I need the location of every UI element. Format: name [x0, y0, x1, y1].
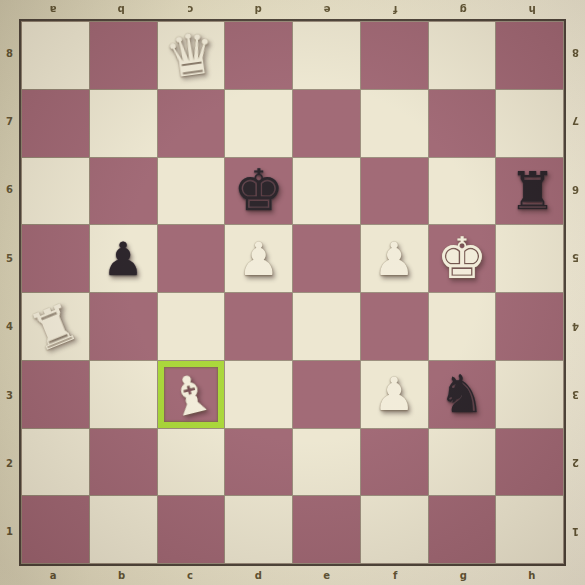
rank-label-7: 7	[566, 87, 585, 155]
square-b4[interactable]	[90, 293, 157, 360]
file-label-h: h	[498, 566, 566, 585]
square-h8[interactable]	[496, 22, 563, 89]
square-a2[interactable]	[22, 429, 89, 496]
square-a3[interactable]	[22, 361, 89, 428]
rank-label-3: 3	[566, 361, 585, 429]
square-c6[interactable]	[158, 158, 225, 225]
chess-board: ♛♚♜♟♟♟♚♜♝♟♞	[19, 19, 566, 566]
white-pawn-piece[interactable]: ♟	[374, 236, 415, 282]
square-c7[interactable]	[158, 90, 225, 157]
square-f1[interactable]	[361, 496, 428, 563]
rank-label-6: 6	[0, 156, 19, 224]
file-label-b: b	[87, 566, 155, 585]
white-bishop-piece[interactable]: ♝	[161, 364, 219, 426]
rank-label-2: 2	[566, 429, 585, 497]
square-a6[interactable]	[22, 158, 89, 225]
square-f8[interactable]	[361, 22, 428, 89]
rank-label-6: 6	[566, 156, 585, 224]
square-f7[interactable]	[361, 90, 428, 157]
white-king-piece[interactable]: ♚	[436, 230, 487, 287]
file-label-h: h	[498, 0, 566, 19]
square-h6[interactable]: ♜	[496, 158, 563, 225]
square-g2[interactable]	[429, 429, 496, 496]
file-label-b: b	[87, 0, 155, 19]
rank-label-3: 3	[0, 361, 19, 429]
file-label-e: e	[293, 0, 361, 19]
square-b8[interactable]	[90, 22, 157, 89]
rank-label-5: 5	[566, 224, 585, 292]
square-e7[interactable]	[293, 90, 360, 157]
square-f5[interactable]: ♟	[361, 225, 428, 292]
square-f4[interactable]	[361, 293, 428, 360]
file-label-c: c	[156, 566, 224, 585]
black-rook-piece[interactable]: ♜	[509, 165, 556, 217]
black-king-piece[interactable]: ♚	[233, 162, 284, 219]
square-d2[interactable]	[225, 429, 292, 496]
rank-label-4: 4	[0, 293, 19, 361]
square-h2[interactable]	[496, 429, 563, 496]
square-g7[interactable]	[429, 90, 496, 157]
rank-labels-right: 87654321	[566, 19, 585, 566]
square-b3[interactable]	[90, 361, 157, 428]
rank-label-4: 4	[566, 293, 585, 361]
square-b5[interactable]: ♟	[90, 225, 157, 292]
square-h7[interactable]	[496, 90, 563, 157]
square-a8[interactable]	[22, 22, 89, 89]
square-g3[interactable]: ♞	[429, 361, 496, 428]
square-b2[interactable]	[90, 429, 157, 496]
file-label-e: e	[293, 566, 361, 585]
square-b7[interactable]	[90, 90, 157, 157]
square-d1[interactable]	[225, 496, 292, 563]
file-label-f: f	[361, 0, 429, 19]
rank-label-7: 7	[0, 87, 19, 155]
square-b1[interactable]	[90, 496, 157, 563]
square-h5[interactable]	[496, 225, 563, 292]
square-f2[interactable]	[361, 429, 428, 496]
square-d3[interactable]	[225, 361, 292, 428]
file-label-g: g	[429, 0, 497, 19]
rank-label-8: 8	[566, 19, 585, 87]
rank-label-2: 2	[0, 429, 19, 497]
square-f6[interactable]	[361, 158, 428, 225]
square-e5[interactable]	[293, 225, 360, 292]
square-c4[interactable]	[158, 293, 225, 360]
black-knight-piece[interactable]: ♞	[439, 368, 486, 420]
square-a7[interactable]	[22, 90, 89, 157]
square-d7[interactable]	[225, 90, 292, 157]
square-d8[interactable]	[225, 22, 292, 89]
square-h3[interactable]	[496, 361, 563, 428]
file-label-d: d	[224, 566, 292, 585]
rank-label-8: 8	[0, 19, 19, 87]
square-e6[interactable]	[293, 158, 360, 225]
square-c5[interactable]	[158, 225, 225, 292]
square-g1[interactable]	[429, 496, 496, 563]
square-e3[interactable]	[293, 361, 360, 428]
square-d6[interactable]: ♚	[225, 158, 292, 225]
square-b6[interactable]	[90, 158, 157, 225]
square-h1[interactable]	[496, 496, 563, 563]
square-g5[interactable]: ♚	[429, 225, 496, 292]
file-labels-top: abcdefgh	[19, 0, 566, 19]
square-d5[interactable]: ♟	[225, 225, 292, 292]
white-queen-piece[interactable]: ♛	[162, 24, 221, 88]
square-e4[interactable]	[293, 293, 360, 360]
rank-label-1: 1	[566, 498, 585, 566]
square-a1[interactable]	[22, 496, 89, 563]
square-c8[interactable]: ♛	[158, 22, 225, 89]
file-label-a: a	[19, 566, 87, 585]
square-c2[interactable]	[158, 429, 225, 496]
white-rook-piece[interactable]: ♜	[23, 295, 86, 361]
file-labels-bottom: abcdefgh	[19, 566, 566, 585]
square-e2[interactable]	[293, 429, 360, 496]
square-g4[interactable]	[429, 293, 496, 360]
white-pawn-piece[interactable]: ♟	[374, 371, 415, 417]
file-label-f: f	[361, 566, 429, 585]
square-a4[interactable]: ♜	[22, 293, 89, 360]
file-label-a: a	[19, 0, 87, 19]
square-a5[interactable]	[22, 225, 89, 292]
rank-labels-left: 87654321	[0, 19, 19, 566]
square-g6[interactable]	[429, 158, 496, 225]
square-f3[interactable]: ♟	[361, 361, 428, 428]
square-c3-highlighted[interactable]: ♝	[158, 361, 225, 428]
square-e1[interactable]	[293, 496, 360, 563]
black-pawn-piece[interactable]: ♟	[103, 236, 144, 282]
square-g8[interactable]	[429, 22, 496, 89]
square-e8[interactable]	[293, 22, 360, 89]
file-label-g: g	[429, 566, 497, 585]
file-label-d: d	[224, 0, 292, 19]
white-pawn-piece[interactable]: ♟	[238, 236, 279, 282]
square-h4[interactable]	[496, 293, 563, 360]
square-d4[interactable]	[225, 293, 292, 360]
chess-board-photo: ♛♚♜♟♟♟♚♜♝♟♞ abcdefgh abcdefgh 87654321 8…	[0, 0, 585, 585]
square-c1[interactable]	[158, 496, 225, 563]
rank-label-5: 5	[0, 224, 19, 292]
rank-label-1: 1	[0, 498, 19, 566]
file-label-c: c	[156, 0, 224, 19]
